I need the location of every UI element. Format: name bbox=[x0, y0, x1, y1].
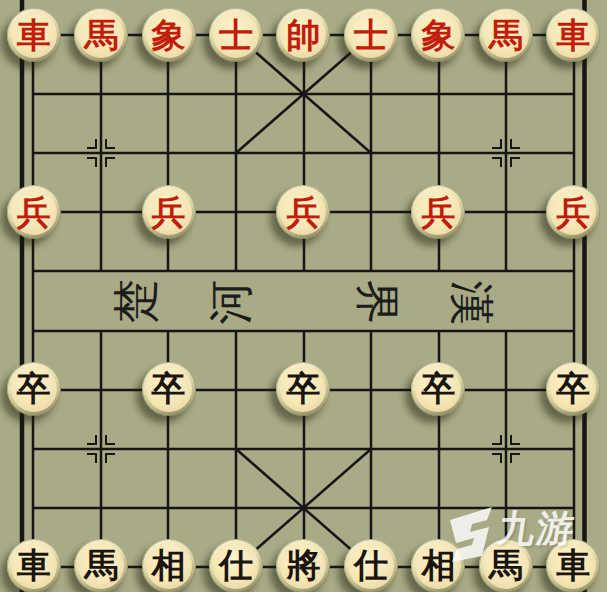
piece-face: 卒 bbox=[146, 366, 192, 412]
piece-character: 兵 bbox=[17, 195, 51, 229]
piece-black-仕[interactable]: 仕 bbox=[209, 539, 263, 592]
piece-black-馬[interactable]: 馬 bbox=[74, 539, 128, 592]
xiangqi-board: 楚 河 界 漢 車馬象士帥士象馬車兵兵兵兵兵卒卒卒卒卒車馬相仕將仕相馬車 九游 bbox=[0, 0, 607, 592]
piece-face: 卒 bbox=[280, 366, 326, 412]
point-d9[interactable]: 仕 bbox=[202, 536, 269, 592]
piece-red-兵[interactable]: 兵 bbox=[411, 185, 465, 239]
piece-character: 象 bbox=[421, 18, 455, 52]
piece-character: 兵 bbox=[286, 195, 320, 229]
point-c5[interactable] bbox=[135, 301, 202, 360]
piece-character: 卒 bbox=[556, 371, 590, 405]
piece-face: 相 bbox=[146, 543, 192, 589]
point-c4[interactable] bbox=[135, 242, 202, 301]
point-b9[interactable]: 馬 bbox=[67, 536, 134, 592]
piece-black-將[interactable]: 將 bbox=[276, 539, 330, 592]
piece-red-馬[interactable]: 馬 bbox=[74, 8, 128, 62]
piece-character: 士 bbox=[219, 18, 253, 52]
piece-black-車[interactable]: 車 bbox=[546, 539, 600, 592]
piece-character: 馬 bbox=[489, 548, 523, 582]
point-a3[interactable]: 兵 bbox=[0, 183, 67, 242]
piece-character: 車 bbox=[556, 18, 590, 52]
point-e5[interactable] bbox=[270, 301, 337, 360]
point-i4[interactable] bbox=[540, 242, 607, 301]
piece-character: 相 bbox=[421, 548, 455, 582]
piece-character: 馬 bbox=[84, 548, 118, 582]
point-c1[interactable] bbox=[135, 65, 202, 124]
point-g7[interactable] bbox=[405, 418, 472, 477]
piece-face: 兵 bbox=[280, 189, 326, 235]
piece-red-兵[interactable]: 兵 bbox=[142, 185, 196, 239]
piece-character: 相 bbox=[152, 548, 186, 582]
point-i2[interactable] bbox=[540, 124, 607, 183]
piece-face: 車 bbox=[11, 543, 57, 589]
piece-red-兵[interactable]: 兵 bbox=[7, 185, 61, 239]
point-a0[interactable]: 車 bbox=[0, 6, 67, 65]
point-e8[interactable] bbox=[270, 477, 337, 536]
piece-red-兵[interactable]: 兵 bbox=[276, 185, 330, 239]
point-a9[interactable]: 車 bbox=[0, 536, 67, 592]
point-g8[interactable] bbox=[405, 477, 472, 536]
point-g4[interactable] bbox=[405, 242, 472, 301]
piece-character: 兵 bbox=[421, 195, 455, 229]
intersection-grid: 車馬象士帥士象馬車兵兵兵兵兵卒卒卒卒卒車馬相仕將仕相馬車 bbox=[0, 6, 607, 592]
piece-face: 馬 bbox=[78, 12, 124, 58]
point-c7[interactable] bbox=[135, 418, 202, 477]
piece-character: 將 bbox=[286, 548, 320, 582]
point-f2[interactable] bbox=[337, 124, 404, 183]
point-h2[interactable] bbox=[472, 124, 539, 183]
piece-character: 士 bbox=[354, 18, 388, 52]
point-a7[interactable] bbox=[0, 418, 67, 477]
piece-character: 卒 bbox=[421, 371, 455, 405]
point-a8[interactable] bbox=[0, 477, 67, 536]
piece-black-卒[interactable]: 卒 bbox=[7, 362, 61, 416]
piece-character: 卒 bbox=[286, 371, 320, 405]
piece-face: 象 bbox=[146, 12, 192, 58]
point-d5[interactable] bbox=[202, 301, 269, 360]
piece-face: 士 bbox=[348, 12, 394, 58]
point-f8[interactable] bbox=[337, 477, 404, 536]
point-b5[interactable] bbox=[67, 301, 134, 360]
point-e6[interactable]: 卒 bbox=[270, 359, 337, 418]
point-e7[interactable] bbox=[270, 418, 337, 477]
point-g9[interactable]: 相 bbox=[405, 536, 472, 592]
point-f5[interactable] bbox=[337, 301, 404, 360]
point-h5[interactable] bbox=[472, 301, 539, 360]
point-e3[interactable]: 兵 bbox=[270, 183, 337, 242]
piece-character: 車 bbox=[17, 18, 51, 52]
point-c6[interactable]: 卒 bbox=[135, 359, 202, 418]
point-a2[interactable] bbox=[0, 124, 67, 183]
piece-face: 仕 bbox=[348, 543, 394, 589]
point-h0[interactable]: 馬 bbox=[472, 6, 539, 65]
point-i6[interactable]: 卒 bbox=[540, 359, 607, 418]
piece-character: 帥 bbox=[286, 18, 320, 52]
piece-red-象[interactable]: 象 bbox=[411, 8, 465, 62]
point-a5[interactable] bbox=[0, 301, 67, 360]
piece-face: 士 bbox=[213, 12, 259, 58]
point-d7[interactable] bbox=[202, 418, 269, 477]
point-d8[interactable] bbox=[202, 477, 269, 536]
point-i5[interactable] bbox=[540, 301, 607, 360]
point-h3[interactable] bbox=[472, 183, 539, 242]
point-c0[interactable]: 象 bbox=[135, 6, 202, 65]
piece-black-馬[interactable]: 馬 bbox=[479, 539, 533, 592]
point-c8[interactable] bbox=[135, 477, 202, 536]
piece-red-象[interactable]: 象 bbox=[142, 8, 196, 62]
piece-black-卒[interactable]: 卒 bbox=[276, 362, 330, 416]
point-g0[interactable]: 象 bbox=[405, 6, 472, 65]
point-g5[interactable] bbox=[405, 301, 472, 360]
piece-character: 馬 bbox=[489, 18, 523, 52]
piece-red-車[interactable]: 車 bbox=[7, 8, 61, 62]
piece-red-帥[interactable]: 帥 bbox=[276, 8, 330, 62]
point-h9[interactable]: 馬 bbox=[472, 536, 539, 592]
point-g3[interactable]: 兵 bbox=[405, 183, 472, 242]
point-f0[interactable]: 士 bbox=[337, 6, 404, 65]
point-e1[interactable] bbox=[270, 65, 337, 124]
point-h4[interactable] bbox=[472, 242, 539, 301]
piece-black-相[interactable]: 相 bbox=[411, 539, 465, 592]
point-c3[interactable]: 兵 bbox=[135, 183, 202, 242]
point-a6[interactable]: 卒 bbox=[0, 359, 67, 418]
piece-character: 象 bbox=[152, 18, 186, 52]
piece-face: 馬 bbox=[483, 543, 529, 589]
piece-face: 馬 bbox=[483, 12, 529, 58]
point-e2[interactable] bbox=[270, 124, 337, 183]
point-b2[interactable] bbox=[67, 124, 134, 183]
piece-character: 仕 bbox=[354, 548, 388, 582]
piece-face: 兵 bbox=[146, 189, 192, 235]
point-i8[interactable] bbox=[540, 477, 607, 536]
point-d1[interactable] bbox=[202, 65, 269, 124]
point-f1[interactable] bbox=[337, 65, 404, 124]
piece-character: 兵 bbox=[152, 195, 186, 229]
piece-face: 馬 bbox=[78, 543, 124, 589]
point-c9[interactable]: 相 bbox=[135, 536, 202, 592]
point-d3[interactable] bbox=[202, 183, 269, 242]
piece-face: 卒 bbox=[415, 366, 461, 412]
piece-face: 車 bbox=[11, 12, 57, 58]
piece-red-士[interactable]: 士 bbox=[209, 8, 263, 62]
point-h7[interactable] bbox=[472, 418, 539, 477]
point-i0[interactable]: 車 bbox=[540, 6, 607, 65]
piece-black-車[interactable]: 車 bbox=[7, 539, 61, 592]
point-f7[interactable] bbox=[337, 418, 404, 477]
point-h6[interactable] bbox=[472, 359, 539, 418]
piece-face: 車 bbox=[550, 12, 596, 58]
point-e9[interactable]: 將 bbox=[270, 536, 337, 592]
piece-black-相[interactable]: 相 bbox=[142, 539, 196, 592]
piece-face: 將 bbox=[280, 543, 326, 589]
point-h8[interactable] bbox=[472, 477, 539, 536]
piece-face: 兵 bbox=[11, 189, 57, 235]
piece-face: 車 bbox=[550, 543, 596, 589]
piece-red-馬[interactable]: 馬 bbox=[479, 8, 533, 62]
point-h1[interactable] bbox=[472, 65, 539, 124]
piece-face: 象 bbox=[415, 12, 461, 58]
piece-face: 兵 bbox=[415, 189, 461, 235]
piece-character: 車 bbox=[17, 548, 51, 582]
piece-face: 兵 bbox=[550, 189, 596, 235]
piece-face: 相 bbox=[415, 543, 461, 589]
piece-black-卒[interactable]: 卒 bbox=[411, 362, 465, 416]
point-b8[interactable] bbox=[67, 477, 134, 536]
point-g2[interactable] bbox=[405, 124, 472, 183]
point-g1[interactable] bbox=[405, 65, 472, 124]
piece-face: 卒 bbox=[550, 366, 596, 412]
point-i7[interactable] bbox=[540, 418, 607, 477]
piece-face: 帥 bbox=[280, 12, 326, 58]
piece-character: 仕 bbox=[219, 548, 253, 582]
point-b6[interactable] bbox=[67, 359, 134, 418]
point-b4[interactable] bbox=[67, 242, 134, 301]
point-f9[interactable]: 仕 bbox=[337, 536, 404, 592]
point-e4[interactable] bbox=[270, 242, 337, 301]
piece-red-兵[interactable]: 兵 bbox=[546, 185, 600, 239]
point-d2[interactable] bbox=[202, 124, 269, 183]
piece-character: 卒 bbox=[17, 371, 51, 405]
point-e0[interactable]: 帥 bbox=[270, 6, 337, 65]
point-b0[interactable]: 馬 bbox=[67, 6, 134, 65]
point-d4[interactable] bbox=[202, 242, 269, 301]
point-f3[interactable] bbox=[337, 183, 404, 242]
piece-black-仕[interactable]: 仕 bbox=[344, 539, 398, 592]
point-d0[interactable]: 士 bbox=[202, 6, 269, 65]
piece-character: 卒 bbox=[152, 371, 186, 405]
piece-character: 馬 bbox=[84, 18, 118, 52]
point-i1[interactable] bbox=[540, 65, 607, 124]
point-b1[interactable] bbox=[67, 65, 134, 124]
piece-red-士[interactable]: 士 bbox=[344, 8, 398, 62]
point-f6[interactable] bbox=[337, 359, 404, 418]
piece-black-卒[interactable]: 卒 bbox=[546, 362, 600, 416]
point-f4[interactable] bbox=[337, 242, 404, 301]
point-c2[interactable] bbox=[135, 124, 202, 183]
point-d6[interactable] bbox=[202, 359, 269, 418]
piece-character: 車 bbox=[556, 548, 590, 582]
point-b7[interactable] bbox=[67, 418, 134, 477]
piece-red-車[interactable]: 車 bbox=[546, 8, 600, 62]
piece-face: 卒 bbox=[11, 366, 57, 412]
point-a4[interactable] bbox=[0, 242, 67, 301]
point-i3[interactable]: 兵 bbox=[540, 183, 607, 242]
piece-black-卒[interactable]: 卒 bbox=[142, 362, 196, 416]
point-b3[interactable] bbox=[67, 183, 134, 242]
piece-character: 兵 bbox=[556, 195, 590, 229]
point-a1[interactable] bbox=[0, 65, 67, 124]
piece-face: 仕 bbox=[213, 543, 259, 589]
point-i9[interactable]: 車 bbox=[540, 536, 607, 592]
point-g6[interactable]: 卒 bbox=[405, 359, 472, 418]
